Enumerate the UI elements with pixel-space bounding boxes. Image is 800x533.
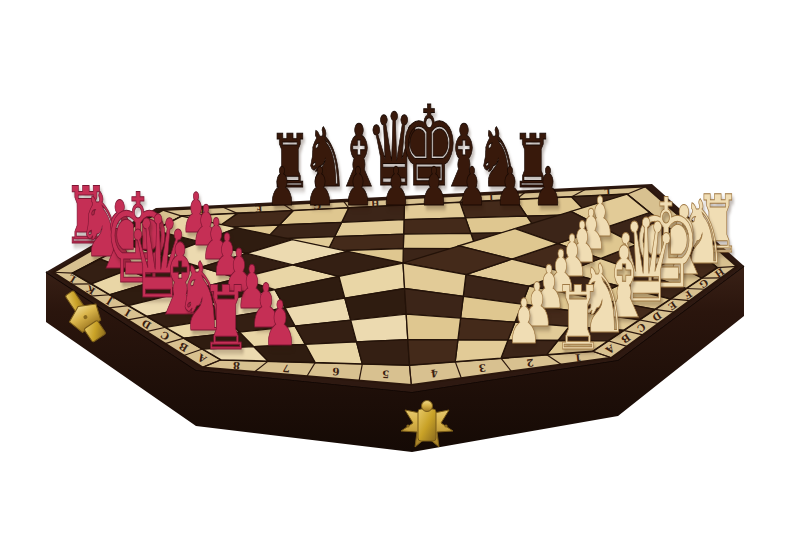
coordinate-label: 6 <box>332 366 340 378</box>
board-cell[interactable] <box>357 340 410 366</box>
piece-red-rook[interactable]: ♜ <box>202 275 251 363</box>
piece-white-pawn[interactable]: ♟ <box>507 291 541 353</box>
piece-white-rook[interactable]: ♜ <box>554 275 603 363</box>
coordinate-label: 2 <box>526 357 534 370</box>
coordinate-label: 4 <box>430 367 438 380</box>
piece-dark-pawn[interactable]: ♟ <box>457 160 486 213</box>
coordinate-label: F <box>255 204 262 214</box>
coordinate-label: 7 <box>282 363 290 375</box>
board-cell[interactable] <box>404 218 471 234</box>
board-cell[interactable] <box>455 340 508 362</box>
coordinate-label: 3 <box>478 362 486 375</box>
piece-dark-pawn[interactable]: ♟ <box>495 160 524 213</box>
piece-dark-pawn[interactable]: ♟ <box>343 160 372 213</box>
board-cell[interactable] <box>406 314 460 340</box>
three-player-chess-photo: LKJIDCBA87654321ABCDEFGHEFGHIJKL ♜♞♝♛♚♝♞… <box>0 0 800 533</box>
piece-dark-pawn[interactable]: ♟ <box>267 160 296 213</box>
board-cell[interactable] <box>305 342 362 364</box>
piece-dark-pawn[interactable]: ♟ <box>381 160 410 213</box>
piece-dark-pawn[interactable]: ♟ <box>533 160 562 213</box>
piece-red-pawn[interactable]: ♟ <box>263 293 297 355</box>
piece-dark-pawn[interactable]: ♟ <box>419 160 448 213</box>
board-cell[interactable] <box>408 340 458 366</box>
piece-dark-pawn[interactable]: ♟ <box>305 160 334 213</box>
coordinate-label: 5 <box>382 368 390 380</box>
